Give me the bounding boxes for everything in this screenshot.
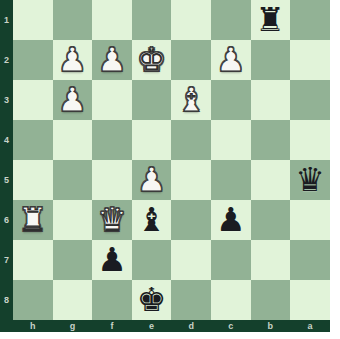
square-h6[interactable]: ♜	[13, 200, 53, 240]
black-bishop: ♝	[137, 200, 167, 240]
square-f2[interactable]: ♟	[92, 40, 132, 80]
black-queen: ♛	[295, 160, 325, 200]
square-d5[interactable]	[171, 160, 211, 200]
black-pawn: ♟	[216, 200, 246, 240]
square-b5[interactable]	[251, 160, 291, 200]
square-f3[interactable]	[92, 80, 132, 120]
square-e3[interactable]	[132, 80, 172, 120]
square-a5[interactable]: ♛	[290, 160, 330, 200]
file-label-h: h	[13, 320, 53, 332]
black-pawn: ♟	[97, 240, 127, 280]
file-label-f: f	[92, 320, 132, 332]
coordinate-corner	[0, 320, 13, 332]
square-h7[interactable]	[13, 240, 53, 280]
square-h1[interactable]	[13, 0, 53, 40]
square-b6[interactable]	[251, 200, 291, 240]
white-pawn: ♟	[58, 40, 88, 80]
square-f8[interactable]	[92, 280, 132, 320]
rank-label-3: 3	[0, 80, 13, 120]
square-e4[interactable]	[132, 120, 172, 160]
square-h8[interactable]	[13, 280, 53, 320]
square-e2[interactable]: ♚	[132, 40, 172, 80]
white-pawn: ♟	[137, 160, 167, 200]
square-a6[interactable]	[290, 200, 330, 240]
square-c6[interactable]: ♟	[211, 200, 251, 240]
square-a8[interactable]	[290, 280, 330, 320]
square-a1[interactable]	[290, 0, 330, 40]
rank-label-6: 6	[0, 200, 13, 240]
black-king: ♚	[137, 280, 167, 320]
white-pawn: ♟	[58, 80, 88, 120]
square-c8[interactable]	[211, 280, 251, 320]
square-c3[interactable]	[211, 80, 251, 120]
chess-board: 1♜2♟♟♚♟3♟♝45♟♛6♜♛♝♟7♟8♚hgfedcba	[0, 0, 330, 332]
file-label-b: b	[251, 320, 291, 332]
square-b8[interactable]	[251, 280, 291, 320]
white-king: ♚	[137, 40, 167, 80]
square-g8[interactable]	[53, 280, 93, 320]
rank-label-4: 4	[0, 120, 13, 160]
square-g4[interactable]	[53, 120, 93, 160]
rank-label-5: 5	[0, 160, 13, 200]
square-d8[interactable]	[171, 280, 211, 320]
square-f6[interactable]: ♛	[92, 200, 132, 240]
square-h5[interactable]	[13, 160, 53, 200]
square-c1[interactable]	[211, 0, 251, 40]
square-h2[interactable]	[13, 40, 53, 80]
square-e6[interactable]: ♝	[132, 200, 172, 240]
white-pawn: ♟	[97, 40, 127, 80]
square-b7[interactable]	[251, 240, 291, 280]
square-f1[interactable]	[92, 0, 132, 40]
white-pawn: ♟	[216, 40, 246, 80]
file-label-g: g	[53, 320, 93, 332]
black-rook: ♜	[256, 0, 286, 40]
file-label-d: d	[171, 320, 211, 332]
rank-label-2: 2	[0, 40, 13, 80]
square-a3[interactable]	[290, 80, 330, 120]
white-bishop: ♝	[176, 80, 206, 120]
square-c7[interactable]	[211, 240, 251, 280]
square-h3[interactable]	[13, 80, 53, 120]
file-label-c: c	[211, 320, 251, 332]
square-g3[interactable]: ♟	[53, 80, 93, 120]
square-g2[interactable]: ♟	[53, 40, 93, 80]
square-f7[interactable]: ♟	[92, 240, 132, 280]
square-a4[interactable]	[290, 120, 330, 160]
square-e7[interactable]	[132, 240, 172, 280]
square-d7[interactable]	[171, 240, 211, 280]
square-d3[interactable]: ♝	[171, 80, 211, 120]
square-d1[interactable]	[171, 0, 211, 40]
square-g5[interactable]	[53, 160, 93, 200]
white-rook: ♜	[18, 200, 48, 240]
rank-label-1: 1	[0, 0, 13, 40]
rank-label-8: 8	[0, 280, 13, 320]
square-c5[interactable]	[211, 160, 251, 200]
square-g6[interactable]	[53, 200, 93, 240]
square-d2[interactable]	[171, 40, 211, 80]
square-d6[interactable]	[171, 200, 211, 240]
square-h4[interactable]	[13, 120, 53, 160]
square-c4[interactable]	[211, 120, 251, 160]
square-f4[interactable]	[92, 120, 132, 160]
square-b3[interactable]	[251, 80, 291, 120]
file-label-e: e	[132, 320, 172, 332]
square-g7[interactable]	[53, 240, 93, 280]
page: 1♜2♟♟♚♟3♟♝45♟♛6♜♛♝♟7♟8♚hgfedcba	[0, 0, 340, 339]
square-c2[interactable]: ♟	[211, 40, 251, 80]
square-a7[interactable]	[290, 240, 330, 280]
square-e1[interactable]	[132, 0, 172, 40]
rank-label-7: 7	[0, 240, 13, 280]
square-d4[interactable]	[171, 120, 211, 160]
square-e5[interactable]: ♟	[132, 160, 172, 200]
square-b4[interactable]	[251, 120, 291, 160]
square-f5[interactable]	[92, 160, 132, 200]
square-g1[interactable]	[53, 0, 93, 40]
white-queen: ♛	[97, 200, 127, 240]
file-label-a: a	[290, 320, 330, 332]
square-b1[interactable]: ♜	[251, 0, 291, 40]
square-b2[interactable]	[251, 40, 291, 80]
square-e8[interactable]: ♚	[132, 280, 172, 320]
square-a2[interactable]	[290, 40, 330, 80]
